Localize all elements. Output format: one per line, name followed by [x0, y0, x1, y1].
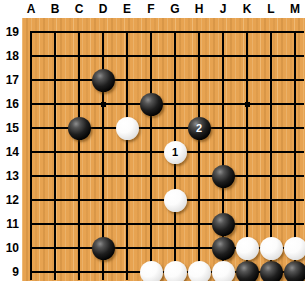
row-label: 10 — [0, 240, 19, 256]
column-label: K — [238, 1, 256, 17]
black-stone[interactable] — [140, 93, 163, 116]
row-label: 17 — [0, 72, 19, 88]
black-stone[interactable] — [68, 117, 91, 140]
grid-line-vertical — [198, 31, 200, 280]
white-stone[interactable] — [236, 237, 259, 260]
column-label: F — [142, 1, 160, 17]
black-stone[interactable] — [92, 69, 115, 92]
grid-line-vertical — [150, 31, 152, 280]
column-label: L — [262, 1, 280, 17]
grid-line-vertical — [126, 31, 128, 280]
column-label: J — [214, 1, 232, 17]
black-stone[interactable] — [260, 261, 283, 281]
black-stone[interactable] — [236, 261, 259, 281]
white-stone[interactable] — [212, 261, 235, 281]
column-label: B — [46, 1, 64, 17]
column-label: M — [286, 1, 304, 17]
grid-line-vertical — [30, 31, 32, 280]
black-stone[interactable]: 2 — [188, 117, 211, 140]
black-stone[interactable] — [212, 165, 235, 188]
black-stone[interactable] — [212, 213, 235, 236]
grid-line-horizontal — [30, 175, 304, 177]
black-stone[interactable] — [284, 261, 306, 281]
row-label: 14 — [0, 144, 19, 160]
star-point — [245, 102, 250, 107]
move-number: 2 — [196, 122, 202, 134]
white-stone[interactable]: 1 — [164, 141, 187, 164]
grid-line-horizontal — [30, 55, 304, 57]
go-board-diagram: ABCDEFGHJKLM 191817161514131211109 21 — [0, 0, 305, 281]
white-stone[interactable] — [140, 261, 163, 281]
column-label: G — [166, 1, 184, 17]
grid-line-horizontal — [30, 223, 304, 225]
column-label: E — [118, 1, 136, 17]
move-number: 1 — [172, 146, 178, 158]
star-point — [101, 102, 106, 107]
column-label: C — [70, 1, 88, 17]
column-label: H — [190, 1, 208, 17]
row-label: 12 — [0, 192, 19, 208]
grid-line-vertical — [78, 31, 80, 280]
white-stone[interactable] — [284, 237, 306, 260]
white-stone[interactable] — [188, 261, 211, 281]
row-label: 19 — [0, 24, 19, 40]
row-label: 15 — [0, 120, 19, 136]
row-label: 13 — [0, 168, 19, 184]
grid-line-horizontal — [30, 79, 304, 81]
white-stone[interactable] — [260, 237, 283, 260]
black-stone[interactable] — [92, 237, 115, 260]
column-label: D — [94, 1, 112, 17]
white-stone[interactable] — [164, 261, 187, 281]
grid-line-vertical — [54, 31, 56, 280]
grid-line-horizontal — [30, 103, 304, 105]
row-label: 9 — [0, 264, 19, 280]
row-label: 18 — [0, 48, 19, 64]
column-label: A — [22, 1, 40, 17]
black-stone[interactable] — [212, 237, 235, 260]
row-label: 11 — [0, 216, 19, 232]
white-stone[interactable] — [116, 117, 139, 140]
grid-line-horizontal — [30, 31, 304, 33]
white-stone[interactable] — [164, 189, 187, 212]
row-label: 16 — [0, 96, 19, 112]
